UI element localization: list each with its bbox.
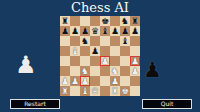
piece-black-bishop: ♝ [101,26,109,36]
piece-white-pawn: ♟ [101,56,109,66]
square-c4[interactable] [80,56,90,66]
square-b3[interactable] [70,66,80,76]
square-c8[interactable] [80,16,90,26]
piece-white-knight: ♞ [81,66,89,76]
square-a1[interactable]: ♜ [60,86,70,96]
piece-white-pawn: ♟ [61,76,69,86]
square-h7[interactable]: ♟ [130,26,140,36]
square-h4[interactable]: ♟ [130,56,140,66]
square-d5[interactable]: ♟ [90,46,100,56]
black-pawn-icon: ♟ [143,59,162,82]
square-c1[interactable]: ♝ [80,86,90,96]
square-g5[interactable] [120,46,130,56]
square-b7[interactable]: ♟ [70,26,80,36]
piece-white-rook: ♜ [111,86,119,96]
square-e8[interactable]: ♚ [100,16,110,26]
piece-black-knight: ♞ [81,36,89,46]
square-c7[interactable]: ♟ [80,26,90,36]
square-e5[interactable] [100,46,110,56]
square-f2[interactable]: ♟ [110,76,120,86]
square-f3[interactable]: ♞ [110,66,120,76]
square-d3[interactable] [90,66,100,76]
square-c5[interactable] [80,46,90,56]
square-d4[interactable] [90,56,100,66]
square-g3[interactable] [120,66,130,76]
square-c3[interactable]: ♞ [80,66,90,76]
piece-black-knight: ♞ [121,16,129,26]
piece-black-queen: ♛ [91,26,99,36]
square-e1[interactable] [100,86,110,96]
piece-black-pawn: ♟ [131,26,139,36]
piece-black-pawn: ♟ [111,26,119,36]
square-b4[interactable] [70,56,80,66]
piece-black-king: ♚ [101,16,109,26]
piece-white-knight: ♞ [111,66,119,76]
piece-white-king: ♚ [121,86,129,96]
square-a3[interactable] [60,66,70,76]
square-c2[interactable]: ♟ [80,76,90,86]
piece-black-rook: ♜ [61,16,69,26]
restart-button[interactable]: Restart [10,99,60,109]
square-d7[interactable]: ♛ [90,26,100,36]
piece-white-queen: ♛ [91,86,99,96]
piece-white-pawn: ♟ [71,76,79,86]
quit-button[interactable]: Quit [142,99,192,109]
square-g4[interactable] [120,56,130,66]
square-b5[interactable]: ♝ [70,46,80,56]
square-a7[interactable]: ♟ [60,26,70,36]
square-a2[interactable]: ♟ [60,76,70,86]
page-title: Chess AI [0,1,200,15]
square-f1[interactable]: ♜ [110,86,120,96]
square-a5[interactable] [60,46,70,56]
square-f4[interactable] [110,56,120,66]
piece-black-pawn: ♟ [121,26,129,36]
chess-board: ♜♚♞♜♟♟♟♛♝♟♟♟♞♝♝♟♟♟♞♞♟♟♟♟♟♜♝♛♜♚ [60,16,140,96]
piece-white-pawn: ♟ [81,76,89,86]
piece-black-pawn: ♟ [71,26,79,36]
piece-black-pawn: ♟ [91,46,99,56]
square-h6[interactable] [130,36,140,46]
piece-black-rook: ♜ [131,16,139,26]
square-b8[interactable] [70,16,80,26]
white-pawn-icon: ♟ [15,52,37,78]
chess-ai-window: Chess AI ♟ ♜♚♞♜♟♟♟♛♝♟♟♟♞♝♝♟♟♟♞♞♟♟♟♟♟♜♝♛♜… [0,0,200,112]
square-b2[interactable]: ♟ [70,76,80,86]
piece-white-pawn: ♟ [131,56,139,66]
square-f6[interactable] [110,36,120,46]
square-a4[interactable] [60,56,70,66]
square-h5[interactable] [130,46,140,56]
square-e6[interactable] [100,36,110,46]
square-h3[interactable]: ♟ [130,66,140,76]
square-g7[interactable]: ♟ [120,26,130,36]
square-d1[interactable]: ♛ [90,86,100,96]
square-e2[interactable] [100,76,110,86]
square-a6[interactable] [60,36,70,46]
square-h2[interactable] [130,76,140,86]
square-h1[interactable] [130,86,140,96]
square-d6[interactable] [90,36,100,46]
square-f7[interactable]: ♟ [110,26,120,36]
piece-white-bishop: ♝ [71,46,79,56]
square-e7[interactable]: ♝ [100,26,110,36]
piece-black-bishop: ♝ [121,36,129,46]
piece-black-pawn: ♟ [61,26,69,36]
square-d2[interactable] [90,76,100,86]
square-c6[interactable]: ♞ [80,36,90,46]
piece-white-pawn: ♟ [111,76,119,86]
square-e3[interactable] [100,66,110,76]
square-f8[interactable] [110,16,120,26]
square-e4[interactable]: ♟ [100,56,110,66]
square-b1[interactable] [70,86,80,96]
square-d8[interactable] [90,16,100,26]
square-g8[interactable]: ♞ [120,16,130,26]
square-h8[interactable]: ♜ [130,16,140,26]
square-g2[interactable] [120,76,130,86]
piece-white-pawn: ♟ [131,66,139,76]
square-g6[interactable]: ♝ [120,36,130,46]
piece-black-pawn: ♟ [81,26,89,36]
square-g1[interactable]: ♚ [120,86,130,96]
piece-white-bishop: ♝ [81,86,89,96]
square-b6[interactable] [70,36,80,46]
piece-white-rook: ♜ [61,86,69,96]
square-a8[interactable]: ♜ [60,16,70,26]
square-f5[interactable] [110,46,120,56]
